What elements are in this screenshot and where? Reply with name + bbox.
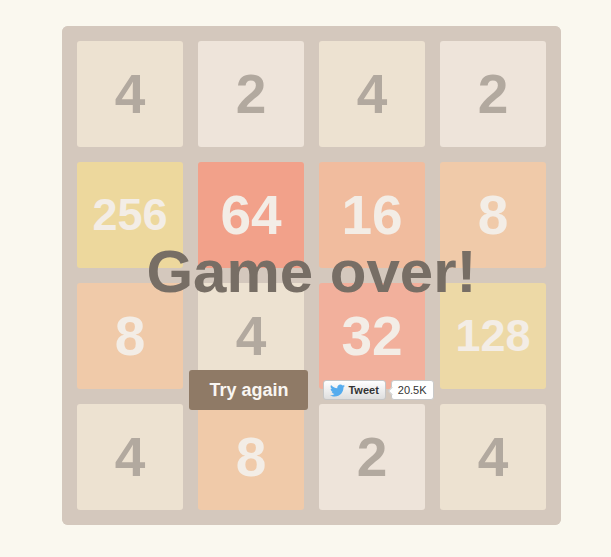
twitter-bird-icon xyxy=(330,383,345,398)
try-again-button[interactable]: Try again xyxy=(189,370,308,410)
tweet-button[interactable]: Tweet xyxy=(323,380,385,400)
tweet-count[interactable]: 20.5K xyxy=(391,380,434,400)
overlay-actions: Try again Tweet 20.5K xyxy=(62,370,561,410)
tweet-widget: Tweet 20.5K xyxy=(323,380,433,400)
game-over-title: Game over! xyxy=(62,242,561,302)
game-board: 4 2 4 2 256 64 16 8 8 4 32 128 4 8 2 4 G… xyxy=(62,26,561,525)
tweet-label: Tweet xyxy=(348,384,378,396)
game-over-overlay: Game over! Try again Tweet 20.5K xyxy=(62,26,561,525)
